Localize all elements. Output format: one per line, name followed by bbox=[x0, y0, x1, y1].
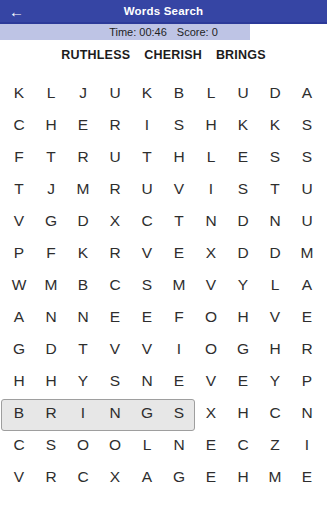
grid-cell-r12-c6[interactable]: N bbox=[163, 429, 195, 461]
status-text: Time: 00:46 Score: 0 bbox=[0, 24, 327, 40]
grid-cell-r2-c1[interactable]: C bbox=[3, 109, 35, 141]
grid-cell-r10-c8[interactable]: E bbox=[227, 365, 259, 397]
grid-cell-r11-c6[interactable]: S bbox=[163, 397, 195, 429]
grid-cell-r13-c3[interactable]: C bbox=[67, 461, 99, 493]
grid-cell-r7-c2[interactable]: M bbox=[35, 269, 67, 301]
grid-cell-r6-c9[interactable]: D bbox=[259, 237, 291, 269]
grid-cell-r3-c6[interactable]: H bbox=[163, 141, 195, 173]
grid-cell-r8-c6[interactable]: F bbox=[163, 301, 195, 333]
grid-cell-r5-c1[interactable]: V bbox=[3, 205, 35, 237]
grid-cell-r9-c2[interactable]: D bbox=[35, 333, 67, 365]
grid-cell-r9-c4[interactable]: V bbox=[99, 333, 131, 365]
grid-cell-r8-c5[interactable]: E bbox=[131, 301, 163, 333]
grid-cell-r3-c2[interactable]: T bbox=[35, 141, 67, 173]
grid-cell-r4-c3[interactable]: M bbox=[67, 173, 99, 205]
grid-cell-r4-c6[interactable]: V bbox=[163, 173, 195, 205]
grid-cell-r10-c7[interactable]: V bbox=[195, 365, 227, 397]
grid-cell-r8-c7[interactable]: O bbox=[195, 301, 227, 333]
grid-cell-r13-c8[interactable]: H bbox=[227, 461, 259, 493]
grid-cell-r9-c7[interactable]: O bbox=[195, 333, 227, 365]
grid-cell-r1-c7[interactable]: L bbox=[195, 77, 227, 109]
grid-cell-r2-c5[interactable]: I bbox=[131, 109, 163, 141]
grid-cell-r4-c4[interactable]: R bbox=[99, 173, 131, 205]
grid-cell-r3-c5[interactable]: T bbox=[131, 141, 163, 173]
word-item-ruthless: RUTHLESS bbox=[61, 48, 130, 62]
grid-cell-r8-c10[interactable]: E bbox=[291, 301, 323, 333]
grid-cell-r5-c2[interactable]: G bbox=[35, 205, 67, 237]
grid-cell-r1-c2[interactable]: L bbox=[35, 77, 67, 109]
grid-cell-r5-c7[interactable]: N bbox=[195, 205, 227, 237]
grid-cell-r13-c7[interactable]: E bbox=[195, 461, 227, 493]
grid-cell-r2-c8[interactable]: K bbox=[227, 109, 259, 141]
grid-cell-r1-c5[interactable]: K bbox=[131, 77, 163, 109]
grid-cell-r6-c3[interactable]: K bbox=[67, 237, 99, 269]
time-value: 00:46 bbox=[139, 26, 167, 38]
grid-cell-r5-c9[interactable]: N bbox=[259, 205, 291, 237]
grid-cell-r11-c3[interactable]: I bbox=[67, 397, 99, 429]
grid-cell-r13-c10[interactable]: E bbox=[291, 461, 323, 493]
grid-cell-r13-c5[interactable]: A bbox=[131, 461, 163, 493]
grid-cell-r11-c8[interactable]: H bbox=[227, 397, 259, 429]
grid-cell-r12-c3[interactable]: O bbox=[67, 429, 99, 461]
grid-cell-r4-c8[interactable]: S bbox=[227, 173, 259, 205]
grid-cell-r2-c2[interactable]: H bbox=[35, 109, 67, 141]
grid-cell-r5-c5[interactable]: C bbox=[131, 205, 163, 237]
grid-cell-r10-c1[interactable]: H bbox=[3, 365, 35, 397]
grid-cell-r10-c5[interactable]: N bbox=[131, 365, 163, 397]
grid-cell-r2-c3[interactable]: E bbox=[67, 109, 99, 141]
grid-cell-r8-c1[interactable]: A bbox=[3, 301, 35, 333]
grid-cell-r8-c8[interactable]: H bbox=[227, 301, 259, 333]
grid-cell-r6-c5[interactable]: V bbox=[131, 237, 163, 269]
grid-cell-r5-c6[interactable]: T bbox=[163, 205, 195, 237]
grid-cell-r13-c6[interactable]: G bbox=[163, 461, 195, 493]
grid-cell-r7-c8[interactable]: Y bbox=[227, 269, 259, 301]
grid-cell-r3-c9[interactable]: S bbox=[259, 141, 291, 173]
grid-cell-r5-c10[interactable]: U bbox=[291, 205, 323, 237]
grid-cell-r9-c6[interactable]: I bbox=[163, 333, 195, 365]
grid-cell-r7-c10[interactable]: A bbox=[291, 269, 323, 301]
grid-cell-r6-c10[interactable]: M bbox=[291, 237, 323, 269]
grid-cell-r5-c8[interactable]: D bbox=[227, 205, 259, 237]
grid-cell-r1-c10[interactable]: A bbox=[291, 77, 323, 109]
grid-cell-r7-c3[interactable]: B bbox=[67, 269, 99, 301]
grid-cell-r2-c6[interactable]: S bbox=[163, 109, 195, 141]
grid-cell-r13-c9[interactable]: M bbox=[259, 461, 291, 493]
word-list: RUTHLESSCHERISHBRINGS bbox=[0, 47, 327, 63]
grid-cell-r7-c7[interactable]: V bbox=[195, 269, 227, 301]
grid-cell-r9-c5[interactable]: V bbox=[131, 333, 163, 365]
grid-cell-r11-c5[interactable]: G bbox=[131, 397, 163, 429]
grid-cell-r3-c7[interactable]: L bbox=[195, 141, 227, 173]
grid-cell-r12-c1[interactable]: C bbox=[3, 429, 35, 461]
grid-cell-r3-c1[interactable]: F bbox=[3, 141, 35, 173]
grid-cell-r10-c4[interactable]: S bbox=[99, 365, 131, 397]
grid-cell-r12-c4[interactable]: O bbox=[99, 429, 131, 461]
grid-cell-r3-c4[interactable]: U bbox=[99, 141, 131, 173]
grid-cell-r2-c10[interactable]: S bbox=[291, 109, 323, 141]
grid-cell-r11-c9[interactable]: C bbox=[259, 397, 291, 429]
score-label: Score: 0 bbox=[177, 26, 218, 38]
grid-cell-r7-c6[interactable]: M bbox=[163, 269, 195, 301]
grid-cell-r8-c2[interactable]: N bbox=[35, 301, 67, 333]
word-item-brings: BRINGS bbox=[216, 48, 266, 62]
grid-cell-r3-c8[interactable]: E bbox=[227, 141, 259, 173]
app-title: Words Search bbox=[124, 5, 204, 17]
grid-cell-r11-c2[interactable]: R bbox=[35, 397, 67, 429]
grid-cell-r4-c1[interactable]: T bbox=[3, 173, 35, 205]
grid-cell-r9-c3[interactable]: T bbox=[67, 333, 99, 365]
letter-grid: KLJUKBLUDACHERISHKKSFTRUTHLESSTJMRUVISTU… bbox=[3, 77, 323, 493]
grid-cell-r7-c5[interactable]: S bbox=[131, 269, 163, 301]
grid-cell-r2-c4[interactable]: R bbox=[99, 109, 131, 141]
grid-cell-r9-c10[interactable]: R bbox=[291, 333, 323, 365]
app-bar: ← Words Search bbox=[0, 0, 327, 24]
grid-cell-r8-c9[interactable]: V bbox=[259, 301, 291, 333]
grid-cell-r5-c3[interactable]: D bbox=[67, 205, 99, 237]
grid-cell-r6-c8[interactable]: D bbox=[227, 237, 259, 269]
grid-cell-r6-c4[interactable]: R bbox=[99, 237, 131, 269]
grid-cell-r12-c7[interactable]: E bbox=[195, 429, 227, 461]
grid-cell-r2-c9[interactable]: K bbox=[259, 109, 291, 141]
grid-cell-r10-c3[interactable]: Y bbox=[67, 365, 99, 397]
grid-cell-r7-c4[interactable]: C bbox=[99, 269, 131, 301]
grid-cell-r1-c9[interactable]: D bbox=[259, 77, 291, 109]
grid-cell-r6-c2[interactable]: F bbox=[35, 237, 67, 269]
grid-cell-r8-c4[interactable]: E bbox=[99, 301, 131, 333]
grid-cell-r12-c8[interactable]: C bbox=[227, 429, 259, 461]
grid-cell-r11-c10[interactable]: N bbox=[291, 397, 323, 429]
grid-cell-r7-c1[interactable]: W bbox=[3, 269, 35, 301]
grid-cell-r4-c7[interactable]: I bbox=[195, 173, 227, 205]
grid-cell-r13-c2[interactable]: R bbox=[35, 461, 67, 493]
status-bar: Time: 00:46 Score: 0 bbox=[0, 24, 327, 40]
grid-cell-r4-c9[interactable]: T bbox=[259, 173, 291, 205]
grid-cell-r13-c1[interactable]: V bbox=[3, 461, 35, 493]
grid-cell-r7-c9[interactable]: L bbox=[259, 269, 291, 301]
grid-cell-r11-c1[interactable]: B bbox=[3, 397, 35, 429]
grid-cell-r4-c10[interactable]: U bbox=[291, 173, 323, 205]
grid-cell-r3-c10[interactable]: S bbox=[291, 141, 323, 173]
grid-cell-r9-c8[interactable]: G bbox=[227, 333, 259, 365]
grid-cell-r1-c4[interactable]: U bbox=[99, 77, 131, 109]
grid-cell-r12-c5[interactable]: L bbox=[131, 429, 163, 461]
grid-cell-r12-c10[interactable]: I bbox=[291, 429, 323, 461]
back-arrow-icon[interactable]: ← bbox=[9, 0, 24, 22]
grid-cell-r11-c7[interactable]: X bbox=[195, 397, 227, 429]
grid-cell-r10-c2[interactable]: H bbox=[35, 365, 67, 397]
grid-cell-r9-c1[interactable]: G bbox=[3, 333, 35, 365]
grid-cell-r1-c3[interactable]: J bbox=[67, 77, 99, 109]
grid-cell-r6-c1[interactable]: P bbox=[3, 237, 35, 269]
grid-cell-r10-c9[interactable]: Y bbox=[259, 365, 291, 397]
grid-cell-r1-c8[interactable]: U bbox=[227, 77, 259, 109]
grid-cell-r10-c6[interactable]: E bbox=[163, 365, 195, 397]
grid-cell-r11-c4[interactable]: N bbox=[99, 397, 131, 429]
word-item-cherish: CHERISH bbox=[144, 48, 202, 62]
grid-cell-r1-c1[interactable]: K bbox=[3, 77, 35, 109]
grid-cell-r6-c6[interactable]: E bbox=[163, 237, 195, 269]
grid-cell-r12-c9[interactable]: Z bbox=[259, 429, 291, 461]
grid-cell-r9-c9[interactable]: H bbox=[259, 333, 291, 365]
grid-cell-r4-c5[interactable]: U bbox=[131, 173, 163, 205]
grid-cell-r5-c4[interactable]: X bbox=[99, 205, 131, 237]
grid-cell-r6-c7[interactable]: X bbox=[195, 237, 227, 269]
grid-cell-r8-c3[interactable]: N bbox=[67, 301, 99, 333]
grid-cell-r10-c10[interactable]: P bbox=[291, 365, 323, 397]
grid-cell-r3-c3[interactable]: R bbox=[67, 141, 99, 173]
time-label: Time: 00:46 bbox=[109, 26, 167, 38]
grid-cell-r13-c4[interactable]: X bbox=[99, 461, 131, 493]
grid-cell-r12-c2[interactable]: S bbox=[35, 429, 67, 461]
grid-cell-r4-c2[interactable]: J bbox=[35, 173, 67, 205]
grid-cell-r2-c7[interactable]: H bbox=[195, 109, 227, 141]
grid-cell-r1-c6[interactable]: B bbox=[163, 77, 195, 109]
score-value: 0 bbox=[212, 26, 218, 38]
